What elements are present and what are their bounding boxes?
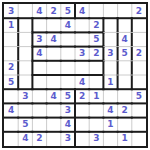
cell-r9c10[interactable]: [132, 118, 146, 132]
cell-r8c10[interactable]: [132, 103, 146, 117]
cell-r3c10[interactable]: [132, 32, 146, 46]
cell-r3c2[interactable]: [18, 32, 32, 46]
cell-r8c6[interactable]: [75, 103, 89, 117]
suguru-board: 3425421423454432352254134521543425414233…: [2, 2, 148, 148]
cell-r10c9[interactable]: 1: [118, 132, 132, 146]
cell-r5c10[interactable]: [132, 61, 146, 75]
cell-r9c1[interactable]: [4, 118, 18, 132]
cell-r3c9[interactable]: 4: [118, 32, 132, 46]
cell-r4c1[interactable]: [4, 47, 18, 61]
cell-r10c5[interactable]: 3: [61, 132, 75, 146]
cell-r5c9[interactable]: [118, 61, 132, 75]
cell-r1c10[interactable]: 2: [132, 4, 146, 18]
cell-r4c10[interactable]: 2: [132, 47, 146, 61]
cell-r5c5[interactable]: [61, 61, 75, 75]
cell-r6c1[interactable]: 5: [4, 75, 18, 89]
board-grid: 3425421423454432352254134521543425414233…: [4, 4, 146, 146]
cell-r5c2[interactable]: [18, 61, 32, 75]
cell-r10c6[interactable]: [75, 132, 89, 146]
cell-r8c7[interactable]: [89, 103, 103, 117]
cell-r3c4[interactable]: 4: [47, 32, 61, 46]
cell-r10c4[interactable]: [47, 132, 61, 146]
cell-r4c9[interactable]: 5: [118, 47, 132, 61]
cell-r6c9[interactable]: [118, 75, 132, 89]
cell-r5c4[interactable]: [47, 61, 61, 75]
cell-r5c1[interactable]: 2: [4, 61, 18, 75]
cell-r4c6[interactable]: 3: [75, 47, 89, 61]
cell-r7c3[interactable]: [32, 89, 46, 103]
cell-r1c3[interactable]: 4: [32, 4, 46, 18]
cell-r5c3[interactable]: [32, 61, 46, 75]
cell-r7c7[interactable]: 1: [89, 89, 103, 103]
cell-r4c4[interactable]: [47, 47, 61, 61]
cell-r9c8[interactable]: 1: [103, 118, 117, 132]
cell-r2c5[interactable]: 4: [61, 18, 75, 32]
cell-r8c9[interactable]: 2: [118, 103, 132, 117]
cell-r2c9[interactable]: [118, 18, 132, 32]
cell-r9c4[interactable]: [47, 118, 61, 132]
cell-r10c7[interactable]: 3: [89, 132, 103, 146]
cell-r7c2[interactable]: 3: [18, 89, 32, 103]
cell-r9c5[interactable]: 4: [61, 118, 75, 132]
cell-r8c3[interactable]: [32, 103, 46, 117]
cell-r7c9[interactable]: [118, 89, 132, 103]
cell-r7c6[interactable]: 2: [75, 89, 89, 103]
cell-r5c6[interactable]: [75, 61, 89, 75]
cell-r2c7[interactable]: 2: [89, 18, 103, 32]
cell-r1c5[interactable]: 5: [61, 4, 75, 18]
cell-r9c3[interactable]: [32, 118, 46, 132]
cell-r1c2[interactable]: [18, 4, 32, 18]
cell-r8c5[interactable]: 3: [61, 103, 75, 117]
cell-r9c9[interactable]: [118, 118, 132, 132]
cell-r1c8[interactable]: [103, 4, 117, 18]
cell-r9c6[interactable]: [75, 118, 89, 132]
cell-r3c1[interactable]: [4, 32, 18, 46]
cell-r2c2[interactable]: [18, 18, 32, 32]
cell-r1c6[interactable]: 4: [75, 4, 89, 18]
cell-r6c5[interactable]: [61, 75, 75, 89]
cell-r6c6[interactable]: 4: [75, 75, 89, 89]
cell-r4c2[interactable]: [18, 47, 32, 61]
cell-r2c8[interactable]: [103, 18, 117, 32]
cell-r1c1[interactable]: 3: [4, 4, 18, 18]
cell-r9c7[interactable]: [89, 118, 103, 132]
cell-r6c4[interactable]: [47, 75, 61, 89]
cell-r7c5[interactable]: 5: [61, 89, 75, 103]
cell-r2c3[interactable]: [32, 18, 46, 32]
cell-r10c3[interactable]: 2: [32, 132, 46, 146]
cell-r8c4[interactable]: [47, 103, 61, 117]
cell-r6c10[interactable]: [132, 75, 146, 89]
cell-r3c8[interactable]: [103, 32, 117, 46]
cell-r1c4[interactable]: 2: [47, 4, 61, 18]
cell-r8c1[interactable]: 4: [4, 103, 18, 117]
cell-r10c10[interactable]: [132, 132, 146, 146]
cell-r7c10[interactable]: 5: [132, 89, 146, 103]
cell-r8c2[interactable]: [18, 103, 32, 117]
cell-r5c8[interactable]: [103, 61, 117, 75]
cell-r4c7[interactable]: 2: [89, 47, 103, 61]
cell-r10c8[interactable]: [103, 132, 117, 146]
cell-r3c7[interactable]: 5: [89, 32, 103, 46]
cell-r2c1[interactable]: 1: [4, 18, 18, 32]
cell-r8c8[interactable]: 4: [103, 103, 117, 117]
cell-r6c7[interactable]: [89, 75, 103, 89]
cell-r4c5[interactable]: [61, 47, 75, 61]
cell-r1c7[interactable]: [89, 4, 103, 18]
cell-r9c2[interactable]: 5: [18, 118, 32, 132]
cell-r3c5[interactable]: [61, 32, 75, 46]
cell-r7c1[interactable]: [4, 89, 18, 103]
cell-r2c10[interactable]: [132, 18, 146, 32]
cell-r7c4[interactable]: 4: [47, 89, 61, 103]
cell-r4c8[interactable]: 3: [103, 47, 117, 61]
cell-r10c1[interactable]: [4, 132, 18, 146]
cell-r2c6[interactable]: [75, 18, 89, 32]
cell-r6c2[interactable]: [18, 75, 32, 89]
cell-r5c7[interactable]: [89, 61, 103, 75]
cell-r10c2[interactable]: 4: [18, 132, 32, 146]
cell-r4c3[interactable]: 4: [32, 47, 46, 61]
cell-r6c8[interactable]: 1: [103, 75, 117, 89]
cell-r7c8[interactable]: [103, 89, 117, 103]
cell-r1c9[interactable]: [118, 4, 132, 18]
cell-r6c3[interactable]: [32, 75, 46, 89]
cell-r3c3[interactable]: 3: [32, 32, 46, 46]
cell-r3c6[interactable]: [75, 32, 89, 46]
cell-r2c4[interactable]: [47, 18, 61, 32]
